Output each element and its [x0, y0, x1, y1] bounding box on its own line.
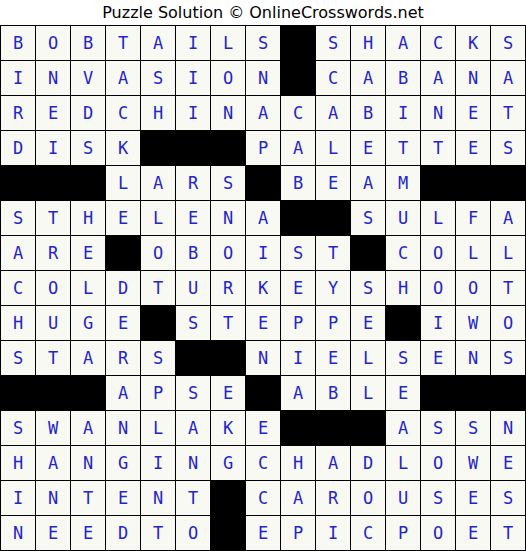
letter-cell-r11c12: E — [386, 376, 420, 410]
letter-cell-r1c14: K — [456, 26, 490, 60]
letter-cell-r13c14: W — [456, 446, 490, 480]
letter-cell-r14c2: N — [36, 481, 70, 515]
letter-cell-r10c3: A — [71, 341, 105, 375]
black-cell-r9c5 — [141, 306, 175, 340]
letter-cell-r13c6: N — [176, 446, 210, 480]
letter-cell-r2c8: N — [246, 61, 280, 95]
letter-cell-r7c1: A — [1, 236, 35, 270]
black-cell-r5c15 — [491, 166, 525, 200]
letter-cell-r8c14: O — [456, 271, 490, 305]
letter-cell-r9c4: E — [106, 306, 140, 340]
letter-cell-r10c12: S — [386, 341, 420, 375]
letter-cell-r12c5: L — [141, 411, 175, 445]
letter-cell-r1c15: S — [491, 26, 525, 60]
letter-cell-r8c11: S — [351, 271, 385, 305]
black-cell-r5c1 — [1, 166, 35, 200]
letter-cell-r13c9: H — [281, 446, 315, 480]
black-cell-r11c15 — [491, 376, 525, 410]
letter-cell-r9c15: O — [491, 306, 525, 340]
letter-cell-r12c12: A — [386, 411, 420, 445]
letter-cell-r9c8: E — [246, 306, 280, 340]
letter-cell-r8c15: T — [491, 271, 525, 305]
letter-cell-r5c10: E — [316, 166, 350, 200]
letter-cell-r14c13: S — [421, 481, 455, 515]
letter-cell-r9c10: P — [316, 306, 350, 340]
letter-cell-r15c9: P — [281, 516, 315, 550]
letter-cell-r7c9: S — [281, 236, 315, 270]
black-cell-r5c14 — [456, 166, 490, 200]
letter-cell-r8c8: K — [246, 271, 280, 305]
letter-cell-r11c6: S — [176, 376, 210, 410]
letter-cell-r1c2: O — [36, 26, 70, 60]
letter-cell-r15c8: E — [246, 516, 280, 550]
letter-cell-r5c6: R — [176, 166, 210, 200]
letter-cell-r2c12: B — [386, 61, 420, 95]
black-cell-r11c13 — [421, 376, 455, 410]
letter-cell-r15c5: T — [141, 516, 175, 550]
black-cell-r2c9 — [281, 61, 315, 95]
black-cell-r12c11 — [351, 411, 385, 445]
letter-cell-r5c9: B — [281, 166, 315, 200]
black-cell-r12c9 — [281, 411, 315, 445]
letter-cell-r4c9: A — [281, 131, 315, 165]
letter-cell-r7c14: L — [456, 236, 490, 270]
letter-cell-r3c5: H — [141, 96, 175, 130]
letter-cell-r12c4: N — [106, 411, 140, 445]
black-cell-r7c4 — [106, 236, 140, 270]
letter-cell-r7c3: E — [71, 236, 105, 270]
black-cell-r5c13 — [421, 166, 455, 200]
black-cell-r11c14 — [456, 376, 490, 410]
letter-cell-r2c5: S — [141, 61, 175, 95]
letter-cell-r15c15: T — [491, 516, 525, 550]
letter-cell-r15c10: I — [316, 516, 350, 550]
letter-cell-r11c4: A — [106, 376, 140, 410]
letter-cell-r1c1: B — [1, 26, 35, 60]
letter-cell-r2c4: A — [106, 61, 140, 95]
black-cell-r11c1 — [1, 376, 35, 410]
letter-cell-r10c1: S — [1, 341, 35, 375]
black-cell-r11c8 — [246, 376, 280, 410]
letter-cell-r11c7: E — [211, 376, 245, 410]
black-cell-r6c9 — [281, 201, 315, 235]
letter-cell-r7c8: I — [246, 236, 280, 270]
letter-cell-r3c12: I — [386, 96, 420, 130]
letter-cell-r13c2: A — [36, 446, 70, 480]
letter-cell-r10c8: N — [246, 341, 280, 375]
letter-cell-r2c10: C — [316, 61, 350, 95]
letter-cell-r3c15: T — [491, 96, 525, 130]
letter-cell-r4c8: P — [246, 131, 280, 165]
letter-cell-r13c7: G — [211, 446, 245, 480]
letter-cell-r14c14: E — [456, 481, 490, 515]
letter-cell-r1c11: H — [351, 26, 385, 60]
letter-cell-r4c13: T — [421, 131, 455, 165]
letter-cell-r6c13: L — [421, 201, 455, 235]
black-cell-r14c7 — [211, 481, 245, 515]
black-cell-r4c7 — [211, 131, 245, 165]
letter-cell-r15c1: N — [1, 516, 35, 550]
letter-cell-r14c5: N — [141, 481, 175, 515]
letter-cell-r7c6: B — [176, 236, 210, 270]
letter-cell-r6c8: A — [246, 201, 280, 235]
letter-cell-r4c2: I — [36, 131, 70, 165]
letter-cell-r12c6: A — [176, 411, 210, 445]
letter-cell-r2c15: A — [491, 61, 525, 95]
black-cell-r12c10 — [316, 411, 350, 445]
letter-cell-r10c2: T — [36, 341, 70, 375]
letter-cell-r1c3: B — [71, 26, 105, 60]
letter-cell-r15c2: E — [36, 516, 70, 550]
letter-cell-r12c2: W — [36, 411, 70, 445]
letter-cell-r3c1: R — [1, 96, 35, 130]
letter-cell-r13c13: O — [421, 446, 455, 480]
letter-cell-r2c11: A — [351, 61, 385, 95]
letter-cell-r7c10: T — [316, 236, 350, 270]
letter-cell-r13c3: N — [71, 446, 105, 480]
letter-cell-r1c6: I — [176, 26, 210, 60]
page-title: Puzzle Solution © OnlineCrosswords.net — [0, 0, 526, 25]
letter-cell-r9c7: T — [211, 306, 245, 340]
black-cell-r10c6 — [176, 341, 210, 375]
letter-cell-r7c7: O — [211, 236, 245, 270]
letter-cell-r15c14: E — [456, 516, 490, 550]
letter-cell-r14c8: C — [246, 481, 280, 515]
letter-cell-r13c1: H — [1, 446, 35, 480]
letter-cell-r4c12: T — [386, 131, 420, 165]
letter-cell-r5c7: S — [211, 166, 245, 200]
letter-cell-r7c2: R — [36, 236, 70, 270]
letter-cell-r6c6: E — [176, 201, 210, 235]
letter-cell-r10c4: R — [106, 341, 140, 375]
letter-cell-r8c7: R — [211, 271, 245, 305]
crossword-grid: BOBTAILSSHACKSINVASIONCABANAREDCHINACABI… — [0, 25, 526, 551]
letter-cell-r12c14: S — [456, 411, 490, 445]
black-cell-r5c2 — [36, 166, 70, 200]
letter-cell-r15c11: C — [351, 516, 385, 550]
letter-cell-r6c2: T — [36, 201, 70, 235]
letter-cell-r8c13: O — [421, 271, 455, 305]
letter-cell-r12c7: K — [211, 411, 245, 445]
letter-cell-r3c6: I — [176, 96, 210, 130]
letter-cell-r10c14: N — [456, 341, 490, 375]
letter-cell-r12c8: E — [246, 411, 280, 445]
black-cell-r9c12 — [386, 306, 420, 340]
letter-cell-r9c9: P — [281, 306, 315, 340]
letter-cell-r2c3: V — [71, 61, 105, 95]
black-cell-r11c3 — [71, 376, 105, 410]
letter-cell-r6c5: L — [141, 201, 175, 235]
letter-cell-r10c11: L — [351, 341, 385, 375]
letter-cell-r6c3: H — [71, 201, 105, 235]
black-cell-r6c10 — [316, 201, 350, 235]
letter-cell-r13c4: G — [106, 446, 140, 480]
letter-cell-r15c6: O — [176, 516, 210, 550]
black-cell-r10c7 — [211, 341, 245, 375]
letter-cell-r2c6: I — [176, 61, 210, 95]
letter-cell-r6c11: S — [351, 201, 385, 235]
letter-cell-r15c3: E — [71, 516, 105, 550]
letter-cell-r9c11: E — [351, 306, 385, 340]
letter-cell-r7c15: L — [491, 236, 525, 270]
letter-cell-r7c13: O — [421, 236, 455, 270]
letter-cell-r4c1: D — [1, 131, 35, 165]
black-cell-r5c3 — [71, 166, 105, 200]
letter-cell-r5c11: A — [351, 166, 385, 200]
letter-cell-r14c11: O — [351, 481, 385, 515]
crossword-solution-page: Puzzle Solution © OnlineCrosswords.net B… — [0, 0, 526, 551]
letter-cell-r3c11: B — [351, 96, 385, 130]
letter-cell-r12c3: A — [71, 411, 105, 445]
letter-cell-r6c15: A — [491, 201, 525, 235]
black-cell-r1c9 — [281, 26, 315, 60]
letter-cell-r6c1: S — [1, 201, 35, 235]
letter-cell-r5c4: L — [106, 166, 140, 200]
letter-cell-r8c2: O — [36, 271, 70, 305]
letter-cell-r8c9: E — [281, 271, 315, 305]
letter-cell-r9c2: U — [36, 306, 70, 340]
letter-cell-r8c12: H — [386, 271, 420, 305]
letter-cell-r4c14: E — [456, 131, 490, 165]
letter-cell-r8c10: Y — [316, 271, 350, 305]
letter-cell-r14c12: U — [386, 481, 420, 515]
letter-cell-r3c9: C — [281, 96, 315, 130]
letter-cell-r1c12: A — [386, 26, 420, 60]
letter-cell-r11c9: A — [281, 376, 315, 410]
letter-cell-r4c4: K — [106, 131, 140, 165]
letter-cell-r5c12: M — [386, 166, 420, 200]
letter-cell-r8c3: L — [71, 271, 105, 305]
letter-cell-r12c1: S — [1, 411, 35, 445]
letter-cell-r10c5: S — [141, 341, 175, 375]
letter-cell-r10c10: E — [316, 341, 350, 375]
letter-cell-r8c1: C — [1, 271, 35, 305]
letter-cell-r11c11: L — [351, 376, 385, 410]
letter-cell-r4c10: L — [316, 131, 350, 165]
letter-cell-r6c4: E — [106, 201, 140, 235]
letter-cell-r15c4: D — [106, 516, 140, 550]
letter-cell-r6c12: U — [386, 201, 420, 235]
letter-cell-r7c12: C — [386, 236, 420, 270]
letter-cell-r4c15: S — [491, 131, 525, 165]
letter-cell-r12c15: N — [491, 411, 525, 445]
letter-cell-r9c3: G — [71, 306, 105, 340]
letter-cell-r14c3: T — [71, 481, 105, 515]
letter-cell-r5c5: A — [141, 166, 175, 200]
letter-cell-r2c14: N — [456, 61, 490, 95]
letter-cell-r10c13: E — [421, 341, 455, 375]
letter-cell-r1c4: T — [106, 26, 140, 60]
black-cell-r5c8 — [246, 166, 280, 200]
letter-cell-r9c6: S — [176, 306, 210, 340]
black-cell-r15c7 — [211, 516, 245, 550]
letter-cell-r11c5: P — [141, 376, 175, 410]
letter-cell-r13c12: L — [386, 446, 420, 480]
letter-cell-r12c13: S — [421, 411, 455, 445]
letter-cell-r9c1: H — [1, 306, 35, 340]
letter-cell-r1c5: A — [141, 26, 175, 60]
letter-cell-r14c10: R — [316, 481, 350, 515]
letter-cell-r3c3: D — [71, 96, 105, 130]
letter-cell-r2c7: O — [211, 61, 245, 95]
black-cell-r11c2 — [36, 376, 70, 410]
letter-cell-r14c9: A — [281, 481, 315, 515]
letter-cell-r13c10: A — [316, 446, 350, 480]
letter-cell-r3c2: E — [36, 96, 70, 130]
letter-cell-r3c7: N — [211, 96, 245, 130]
letter-cell-r1c13: C — [421, 26, 455, 60]
letter-cell-r3c13: N — [421, 96, 455, 130]
letter-cell-r8c5: T — [141, 271, 175, 305]
letter-cell-r4c11: E — [351, 131, 385, 165]
letter-cell-r6c14: F — [456, 201, 490, 235]
black-cell-r4c5 — [141, 131, 175, 165]
letter-cell-r2c2: N — [36, 61, 70, 95]
letter-cell-r14c4: E — [106, 481, 140, 515]
letter-cell-r6c7: N — [211, 201, 245, 235]
letter-cell-r1c7: L — [211, 26, 245, 60]
black-cell-r4c6 — [176, 131, 210, 165]
letter-cell-r8c6: U — [176, 271, 210, 305]
letter-cell-r2c1: I — [1, 61, 35, 95]
letter-cell-r7c5: O — [141, 236, 175, 270]
letter-cell-r1c8: S — [246, 26, 280, 60]
letter-cell-r2c13: A — [421, 61, 455, 95]
letter-cell-r11c10: B — [316, 376, 350, 410]
letter-cell-r8c4: D — [106, 271, 140, 305]
letter-cell-r14c1: I — [1, 481, 35, 515]
letter-cell-r13c11: D — [351, 446, 385, 480]
letter-cell-r10c15: S — [491, 341, 525, 375]
letter-cell-r15c12: P — [386, 516, 420, 550]
letter-cell-r14c6: T — [176, 481, 210, 515]
letter-cell-r3c10: A — [316, 96, 350, 130]
letter-cell-r9c14: W — [456, 306, 490, 340]
black-cell-r7c11 — [351, 236, 385, 270]
letter-cell-r13c15: E — [491, 446, 525, 480]
letter-cell-r1c10: S — [316, 26, 350, 60]
letter-cell-r9c13: I — [421, 306, 455, 340]
letter-cell-r3c14: E — [456, 96, 490, 130]
letter-cell-r13c8: C — [246, 446, 280, 480]
letter-cell-r4c3: S — [71, 131, 105, 165]
letter-cell-r3c8: A — [246, 96, 280, 130]
letter-cell-r10c9: I — [281, 341, 315, 375]
letter-cell-r14c15: S — [491, 481, 525, 515]
letter-cell-r13c5: I — [141, 446, 175, 480]
letter-cell-r15c13: O — [421, 516, 455, 550]
letter-cell-r3c4: C — [106, 96, 140, 130]
